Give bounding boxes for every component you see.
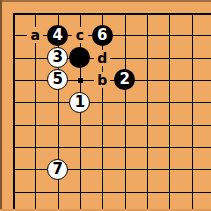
grid-line-horizontal-9 <box>13 192 211 193</box>
grid-line-horizontal-7 <box>13 147 211 148</box>
point-label-a: a <box>27 27 43 43</box>
board-border-top <box>0 0 211 2</box>
grid-line-vertical-8 <box>169 13 170 211</box>
stone-white-3: 3 <box>47 47 68 68</box>
grid-line-vertical-6 <box>125 13 126 211</box>
stone-black-4: 4 <box>47 25 68 46</box>
stone-black-6: 6 <box>92 25 113 46</box>
go-board: abcd1234567 <box>0 0 211 211</box>
stone-black-2: 2 <box>114 69 135 90</box>
grid-line-horizontal-3 <box>13 58 211 59</box>
grid-line-horizontal-5 <box>13 102 211 103</box>
grid-line-horizontal-4 <box>13 80 211 81</box>
grid-line-vertical-1 <box>13 13 15 211</box>
point-label-c: c <box>72 27 88 43</box>
stone-white-1: 1 <box>69 92 90 113</box>
grid-line-horizontal-8 <box>13 169 211 170</box>
hoshi-star-point-marker <box>78 78 83 83</box>
point-label-b: b <box>94 72 110 88</box>
point-label-d: d <box>94 50 110 66</box>
grid-line-vertical-9 <box>192 13 193 211</box>
grid-line-horizontal-6 <box>13 125 211 126</box>
grid-line-vertical-7 <box>147 13 148 211</box>
stone-white-5: 5 <box>47 69 68 90</box>
grid-line-horizontal-1 <box>13 13 211 15</box>
board-border-bottom <box>0 209 211 211</box>
stone-black-unnumbered <box>69 47 90 68</box>
stone-white-7: 7 <box>47 159 68 180</box>
board-border-left <box>0 0 2 211</box>
